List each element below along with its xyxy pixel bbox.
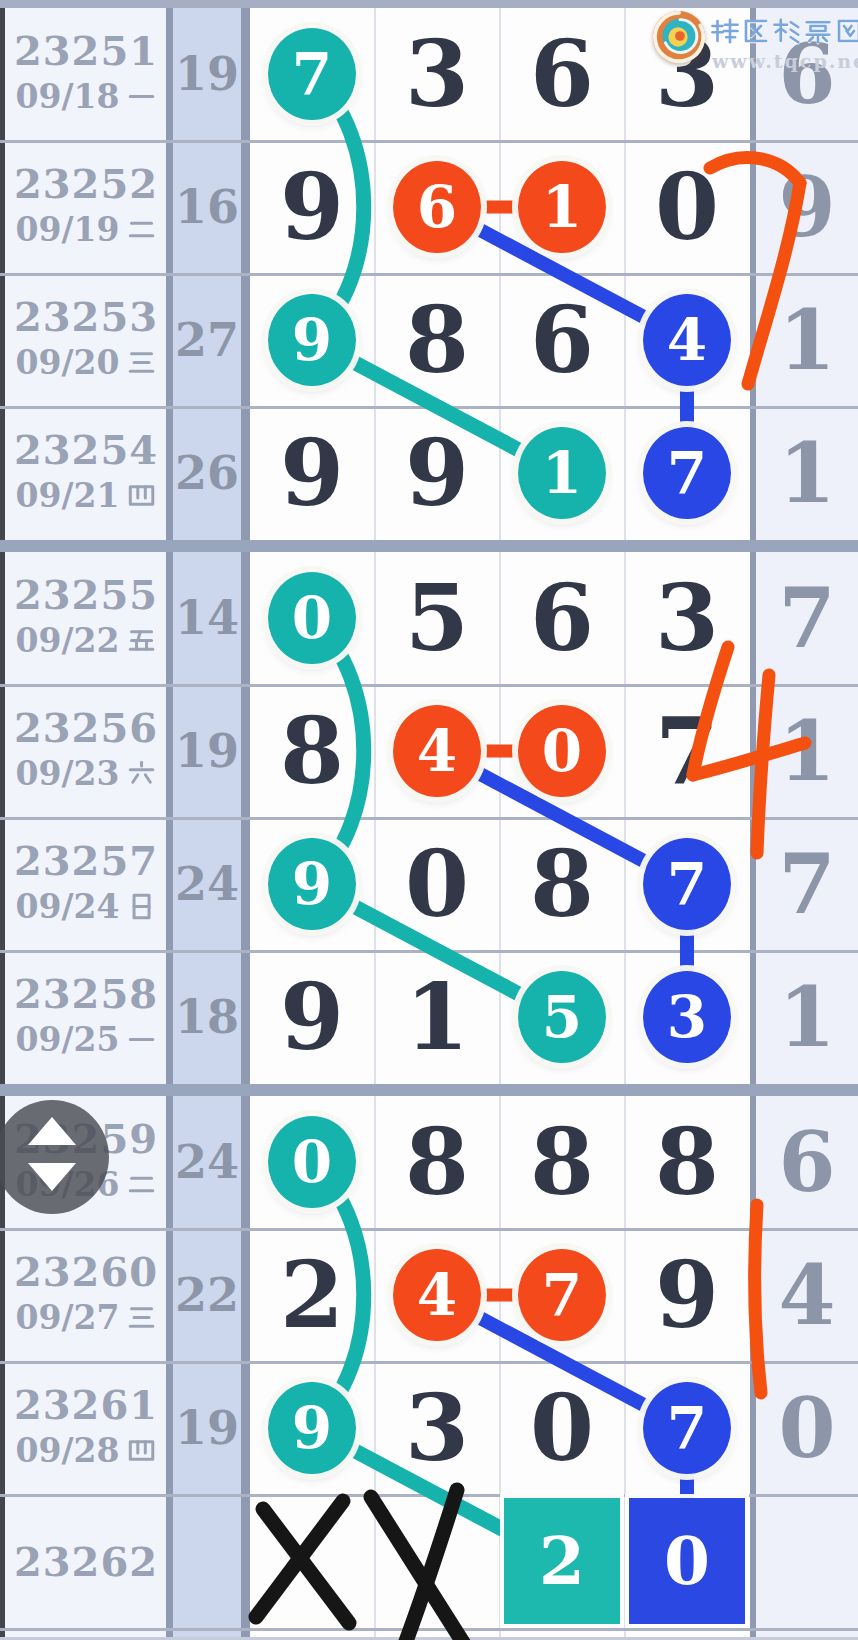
date-label: 09/20 (16, 343, 157, 382)
weekday-glyph (126, 1302, 156, 1332)
grid-digit: 8 (655, 1116, 719, 1208)
sum-value: 19 (175, 724, 239, 778)
grid-digit: 3 (405, 1382, 469, 1474)
weekday-glyph (126, 81, 156, 111)
site-title-char (772, 16, 802, 46)
site-title-char (803, 16, 833, 46)
grid-digit: 9 (280, 427, 344, 519)
mark-circle-teal: 1 (518, 427, 606, 519)
grid-digit: 0 (405, 838, 469, 930)
right-digit: 1 (778, 976, 835, 1058)
issue-label: 23257 (14, 837, 158, 884)
mark-circle-teal: 0 (268, 572, 356, 664)
site-title (710, 16, 858, 46)
row-divider (0, 684, 858, 687)
scroll-down-icon[interactable] (28, 1163, 76, 1191)
scroll-up-icon[interactable] (28, 1117, 76, 1145)
column-divider (750, 0, 756, 1640)
site-title-char (834, 16, 858, 46)
issue-label: 23260 (14, 1248, 158, 1295)
grid-digit: 8 (530, 1116, 594, 1208)
issue-label: 23253 (14, 293, 158, 340)
row-divider (0, 950, 858, 953)
issue-label: 23261 (14, 1381, 158, 1428)
weekday-glyph (126, 214, 156, 244)
mark-circle-orange: 6 (393, 161, 481, 253)
sum-value: 14 (175, 591, 239, 645)
date-label: 09/27 (16, 1298, 157, 1337)
mark-circle-orange: 4 (393, 1249, 481, 1341)
site-title-char (710, 16, 740, 46)
mark-circle-orange: 1 (518, 161, 606, 253)
grid-digit: 8 (405, 1116, 469, 1208)
scroll-button[interactable] (0, 1100, 109, 1214)
mark-circle-blue: 7 (643, 427, 731, 519)
grid-digit: 9 (655, 1249, 719, 1341)
lottery-trend-chart: 2325109/181936362325209/19169092325309/2… (0, 0, 858, 1640)
sum-column-bg (173, 0, 241, 1640)
weekday-glyph (126, 891, 156, 921)
grid-cell-divider (499, 0, 501, 1640)
row-divider (0, 273, 858, 276)
sum-value: 16 (175, 180, 239, 234)
left-edge-border (0, 0, 5, 1640)
row-divider (0, 817, 858, 820)
right-digit: 0 (778, 1387, 835, 1469)
weekday-glyph (126, 347, 156, 377)
weekday-glyph (126, 1169, 156, 1199)
grid-digit: 7 (655, 705, 719, 797)
issue-label: 23262 (14, 1538, 158, 1585)
issue-label: 23252 (14, 160, 158, 207)
weekday-glyph (126, 480, 156, 510)
grid-digit: 8 (405, 294, 469, 386)
mark-circle-orange: 0 (518, 705, 606, 797)
date-text: 09/22 (16, 621, 120, 660)
row-divider (0, 406, 858, 409)
result-square: 2 (504, 1498, 620, 1624)
swirl-icon (650, 8, 708, 70)
date-label: 09/28 (16, 1431, 157, 1470)
weekday-glyph (126, 758, 156, 788)
group-separator (0, 1084, 858, 1096)
date-text: 09/20 (16, 343, 120, 382)
mark-circle-blue: 7 (643, 838, 731, 930)
grid-cell-divider (624, 0, 626, 1640)
grid-digit: 0 (655, 161, 719, 253)
grid-digit: 8 (530, 838, 594, 930)
row-divider (0, 1361, 858, 1364)
date-text: 09/27 (16, 1298, 120, 1337)
mark-circle-teal: 9 (268, 838, 356, 930)
column-divider (241, 0, 250, 1640)
right-digit: 9 (778, 166, 835, 248)
issue-label: 23258 (14, 970, 158, 1017)
date-label: 09/23 (16, 754, 157, 793)
mark-circle-teal: 9 (268, 294, 356, 386)
grid-digit: 3 (405, 28, 469, 120)
date-label: 09/22 (16, 621, 157, 660)
grid-digit: 9 (405, 427, 469, 519)
date-text: 09/21 (16, 476, 120, 515)
grid-digit: 3 (655, 572, 719, 664)
date-label: 09/24 (16, 887, 157, 926)
row-divider (0, 140, 858, 143)
grid-digit: 1 (405, 971, 469, 1063)
date-label: 09/21 (16, 476, 157, 515)
grid-digit: 5 (405, 572, 469, 664)
right-digit: 1 (778, 299, 835, 381)
right-digit: 1 (778, 710, 835, 792)
sum-value: 27 (175, 313, 239, 367)
issue-label: 23251 (14, 27, 158, 74)
sum-value: 18 (175, 990, 239, 1044)
grid-digit: 6 (530, 28, 594, 120)
right-digit: 1 (778, 432, 835, 514)
sum-value: 22 (175, 1268, 239, 1322)
row-divider (0, 1494, 858, 1497)
mark-circle-blue: 3 (643, 971, 731, 1063)
sum-value: 19 (175, 47, 239, 101)
grid-digit: 6 (530, 294, 594, 386)
right-digit: 7 (778, 843, 835, 925)
group-separator (0, 540, 858, 552)
grid-digit: 8 (280, 705, 344, 797)
sum-value: 24 (175, 1135, 239, 1189)
mark-circle-teal: 9 (268, 1382, 356, 1474)
grid-digit: 9 (280, 161, 344, 253)
date-label: 09/19 (16, 210, 157, 249)
mark-circle-teal: 7 (268, 28, 356, 120)
date-label: 09/18 (16, 77, 157, 116)
right-digit: 7 (778, 577, 835, 659)
sum-value: 24 (175, 857, 239, 911)
mark-circle-orange: 4 (393, 705, 481, 797)
issue-label: 23254 (14, 426, 158, 473)
date-label: 09/25 (16, 1020, 157, 1059)
grid-digit: 2 (280, 1249, 344, 1341)
row-divider (0, 1228, 858, 1231)
weekday-glyph (126, 1024, 156, 1054)
grid-cell-divider (374, 0, 376, 1640)
result-square: 0 (629, 1498, 745, 1624)
date-text: 09/23 (16, 754, 120, 793)
mark-circle-teal: 5 (518, 971, 606, 1063)
weekday-glyph (126, 625, 156, 655)
date-text: 09/18 (16, 77, 120, 116)
date-text: 09/24 (16, 887, 120, 926)
right-digit: 4 (778, 1254, 835, 1336)
grid-digit: 6 (530, 572, 594, 664)
mark-circle-orange: 7 (518, 1249, 606, 1341)
column-divider (166, 0, 173, 1640)
site-title-char (741, 16, 771, 46)
date-text: 09/25 (16, 1020, 120, 1059)
issue-label: 23255 (14, 571, 158, 618)
mark-circle-blue: 7 (643, 1382, 731, 1474)
sum-value: 19 (175, 1401, 239, 1455)
issue-label: 23256 (14, 704, 158, 751)
sum-value: 26 (175, 446, 239, 500)
weekday-glyph (126, 1435, 156, 1465)
mark-circle-blue: 4 (643, 294, 731, 386)
mark-circle-teal: 0 (268, 1116, 356, 1208)
right-digit: 6 (778, 1121, 835, 1203)
date-text: 09/19 (16, 210, 120, 249)
grid-digit: 0 (530, 1382, 594, 1474)
site-url: www.tqcp.net (712, 50, 858, 72)
top-border (0, 0, 858, 8)
row-divider (0, 1628, 858, 1631)
date-text: 09/28 (16, 1431, 120, 1470)
grid-digit: 9 (280, 971, 344, 1063)
